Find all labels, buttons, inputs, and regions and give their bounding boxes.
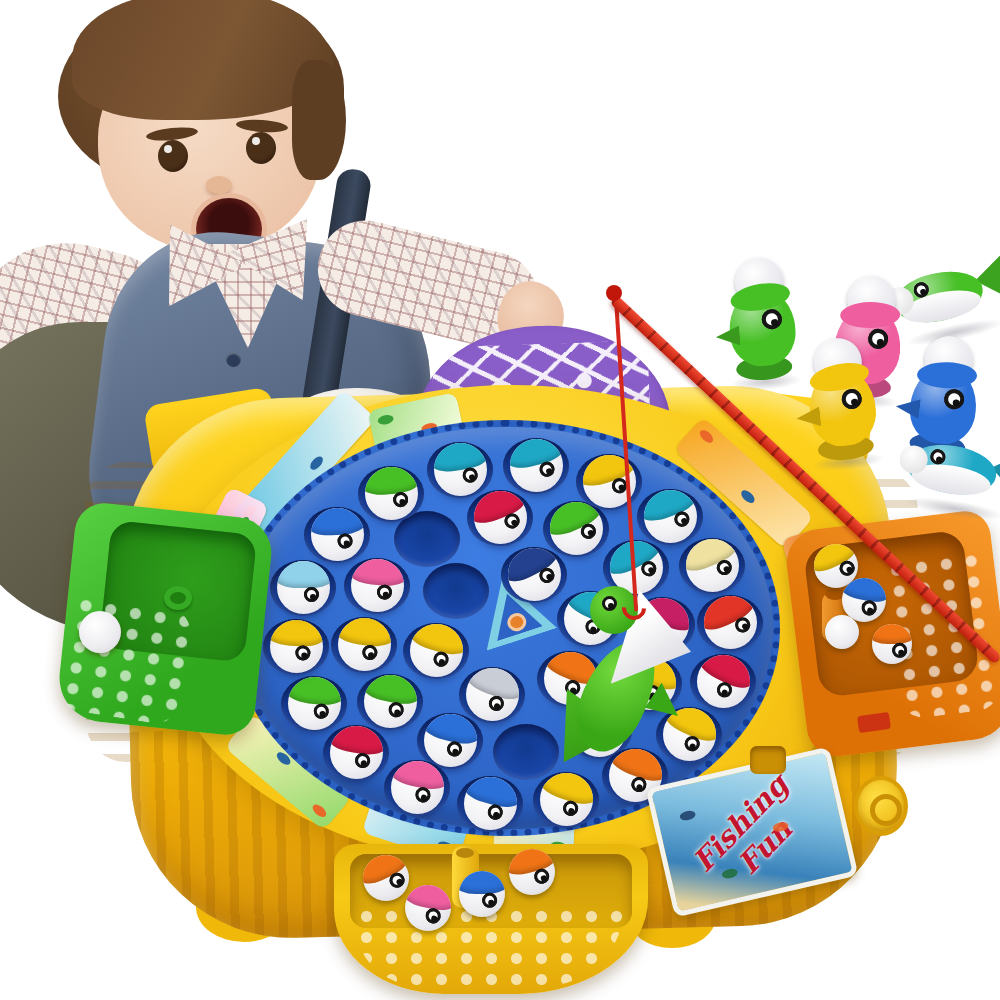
child-eye-right	[246, 132, 276, 164]
fish-pod-yellow[interactable]	[338, 618, 391, 671]
product-photo-scene: Fishing Fun	[0, 0, 1000, 1000]
base-switch-recess	[750, 746, 786, 774]
fish-eye	[295, 645, 311, 661]
fish-eye	[837, 558, 857, 578]
loose-fish-teal-lying[interactable]	[895, 430, 1000, 518]
fish-pod-green[interactable]	[288, 677, 341, 730]
sticker-fish-icon	[697, 428, 715, 445]
fish-pod-yellow[interactable]	[410, 624, 463, 677]
fish-pod-cap	[424, 714, 477, 748]
fish-pod-hole	[503, 438, 569, 494]
fish-pod-hole	[344, 558, 410, 614]
fish-pod-cap	[464, 777, 517, 811]
fish-pod-hole	[697, 595, 763, 651]
caught-fish-eye	[602, 596, 617, 611]
tray-fish-pink	[405, 885, 451, 931]
tray-fish-orange	[363, 855, 409, 901]
fish-pod-cap	[510, 439, 563, 473]
fish-eye	[431, 649, 450, 668]
fish-pod-cap	[610, 541, 663, 580]
fish-pod-green[interactable]	[365, 467, 418, 520]
fish-pod-hole	[459, 667, 525, 723]
rod-socket	[164, 586, 192, 610]
fish-pod-blue[interactable]	[464, 777, 517, 830]
fish-eye	[533, 867, 551, 885]
fish-pod-hole	[403, 623, 469, 679]
fish-pod-hole	[543, 501, 609, 557]
fish-pod-hole	[576, 454, 642, 510]
fish-eye	[714, 558, 734, 578]
fish-eye	[560, 798, 579, 817]
fish-pod-cap	[351, 559, 404, 588]
fish-eye	[424, 907, 442, 925]
fish-pod-cap	[410, 624, 463, 658]
fish-pod-yellow[interactable]	[540, 773, 593, 826]
fish-pod-blue[interactable]	[424, 714, 477, 767]
fish-eye	[354, 752, 371, 769]
fish-eye	[892, 643, 907, 658]
fish-pod-cap	[540, 773, 593, 808]
tray-lattice	[57, 593, 194, 726]
tray-fish-white	[79, 611, 121, 653]
vest-button	[226, 352, 241, 367]
fish-eye	[860, 599, 878, 617]
fish-pod-red[interactable]	[704, 596, 757, 649]
fish-pod-hole	[467, 490, 533, 546]
fish-eye	[486, 802, 504, 820]
fish-pod-yellow[interactable]	[270, 620, 323, 673]
sticker-fish-icon	[376, 414, 394, 426]
fish-pod-hole	[323, 725, 389, 781]
fish-pod-cap	[288, 677, 341, 707]
fish-eye	[387, 701, 405, 719]
fish-eye	[376, 584, 392, 600]
fish-pod-cap	[644, 490, 697, 526]
fish-eye	[672, 510, 691, 529]
sticker-fish-icon	[310, 802, 328, 819]
fish-pod-cap	[474, 491, 527, 528]
tray-fish-white	[825, 615, 859, 649]
fish-pod-hole	[457, 776, 523, 832]
fish-eye	[715, 680, 735, 700]
power-knob[interactable]	[854, 776, 908, 836]
tray-fish-orange	[872, 624, 912, 664]
fish-pod-blue[interactable]	[311, 508, 364, 561]
fish-eye	[387, 870, 407, 890]
fish-pod-hole	[331, 617, 397, 673]
fish-pod-cap	[338, 618, 391, 649]
fish-pod-hole	[304, 507, 370, 563]
fish-pod-green[interactable]	[550, 502, 603, 555]
fish-pod-cap	[508, 548, 561, 588]
empty-hole	[493, 724, 559, 780]
fish-eye	[502, 511, 521, 530]
tray-fish-blue	[459, 871, 505, 917]
fish-pod-silver[interactable]	[466, 668, 519, 721]
fish-pod-teal[interactable]	[434, 443, 487, 496]
sticker-fish-icon	[308, 455, 325, 473]
fish-pod-cap	[704, 596, 757, 635]
fish-pod-cap	[311, 508, 364, 536]
fish-pod-cap	[391, 761, 444, 794]
fish-eye	[638, 559, 658, 579]
fish-eye	[361, 644, 378, 661]
fish-pod-cap	[365, 467, 418, 497]
fish-pod-hole	[358, 466, 424, 522]
fish-pod-green[interactable]	[364, 675, 417, 728]
fish-pod-cap	[270, 620, 323, 648]
fish-pod-teal[interactable]	[644, 490, 697, 543]
tray-fish-orange	[509, 849, 555, 895]
fish-eye	[482, 893, 497, 908]
fish-pod-hole	[357, 674, 423, 730]
fish-eye	[461, 466, 478, 483]
fish-pod-pink[interactable]	[391, 761, 444, 814]
fish-pod-hole	[533, 772, 599, 828]
fish-pod-hole	[637, 489, 703, 545]
fish-eye	[578, 521, 598, 541]
fish-pod-cap	[466, 668, 519, 704]
loose-fish-yellow[interactable]	[793, 338, 891, 466]
fish-eye	[392, 491, 408, 507]
fish-pod-crimson[interactable]	[474, 491, 527, 544]
empty-hole	[423, 563, 489, 619]
fishing-rod-tip	[606, 285, 622, 301]
fish-eye	[414, 786, 432, 804]
child-eye-left	[158, 140, 188, 172]
fish-pod-cap	[330, 726, 383, 757]
fish-pod-cap	[686, 539, 739, 577]
fish-pod-cap	[434, 443, 487, 474]
fish-pod-hole	[384, 760, 450, 816]
fish-pod-pink[interactable]	[351, 559, 404, 612]
tray-lattice	[354, 906, 624, 986]
fish-pod-hole	[281, 676, 347, 732]
fish-eye	[537, 461, 555, 479]
fish-eye	[733, 615, 753, 635]
sticker-fish-icon	[739, 488, 757, 505]
fish-pod-hole	[270, 560, 336, 616]
fish-pod-cap	[364, 675, 417, 707]
fish-eye	[536, 566, 556, 586]
fish-fin	[715, 326, 740, 348]
fish-eye	[337, 533, 353, 549]
fish-pod-crimson[interactable]	[330, 726, 383, 779]
fish-eye	[487, 694, 506, 713]
fish-art-icon	[679, 809, 697, 821]
child-nose	[206, 176, 232, 194]
fish-eye	[304, 587, 319, 602]
fish-pod-hole	[263, 619, 329, 675]
fish-pod-hole	[427, 442, 493, 498]
fish-pod-navy[interactable]	[508, 548, 561, 601]
fish-eye	[446, 739, 464, 757]
fish-pod-lightblue[interactable]	[277, 561, 330, 614]
fish-eye	[312, 703, 328, 719]
fish-pod-cap	[277, 561, 330, 588]
fish-pod-teal[interactable]	[510, 439, 563, 492]
child-hair-side	[292, 60, 346, 180]
